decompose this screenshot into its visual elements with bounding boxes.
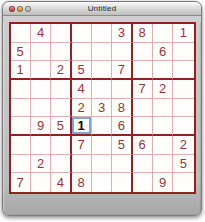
cell-r1c8[interactable] [153, 24, 173, 43]
cell-r2c8[interactable]: 6 [153, 43, 173, 62]
cell-r6c5[interactable] [92, 117, 112, 136]
cell-r6c4[interactable]: 1 [72, 117, 92, 136]
cell-r6c7[interactable] [133, 117, 153, 136]
cell-r8c9[interactable]: 5 [173, 155, 193, 174]
cell-r3c7[interactable] [133, 61, 153, 80]
cell-r4c4[interactable]: 4 [72, 80, 92, 99]
cell-r7c1[interactable] [11, 136, 31, 155]
cell-r5c4[interactable]: 2 [72, 99, 92, 118]
cell-r3c5[interactable] [92, 61, 112, 80]
cell-r7c8[interactable] [153, 136, 173, 155]
cell-r4c2[interactable] [31, 80, 51, 99]
cell-r4c7[interactable]: 7 [133, 80, 153, 99]
cell-r9c9[interactable] [173, 173, 193, 192]
cell-r7c7[interactable]: 6 [133, 136, 153, 155]
cell-r8c2[interactable]: 2 [31, 155, 51, 174]
cell-r9c5[interactable] [92, 173, 112, 192]
cell-r4c9[interactable] [173, 80, 193, 99]
window-body: 438156125747223895167562257489 [3, 22, 201, 216]
cell-r4c3[interactable] [51, 80, 71, 99]
cell-r8c3[interactable] [51, 155, 71, 174]
cell-r3c3[interactable]: 2 [51, 61, 71, 80]
cell-r9c7[interactable] [133, 173, 153, 192]
cell-r6c8[interactable] [153, 117, 173, 136]
cell-r6c3[interactable]: 5 [51, 117, 71, 136]
cell-r8c6[interactable] [112, 155, 132, 174]
cell-r5c9[interactable] [173, 99, 193, 118]
window-title: Untitled [3, 2, 201, 15]
cell-r6c1[interactable] [11, 117, 31, 136]
cell-r9c8[interactable]: 9 [153, 173, 173, 192]
sudoku-board[interactable]: 438156125747223895167562257489 [9, 22, 196, 194]
cell-r5c1[interactable] [11, 99, 31, 118]
cell-r1c5[interactable] [92, 24, 112, 43]
cell-r2c1[interactable]: 5 [11, 43, 31, 62]
cell-r2c2[interactable] [31, 43, 51, 62]
cell-r1c6[interactable]: 3 [112, 24, 132, 43]
cell-r2c7[interactable] [133, 43, 153, 62]
cell-r9c4[interactable]: 8 [72, 173, 92, 192]
cell-r2c3[interactable] [51, 43, 71, 62]
cell-r8c1[interactable] [11, 155, 31, 174]
cell-r6c9[interactable] [173, 117, 193, 136]
cell-r8c4[interactable] [72, 155, 92, 174]
cell-r1c1[interactable] [11, 24, 31, 43]
cell-r3c6[interactable]: 7 [112, 61, 132, 80]
cell-r4c1[interactable] [11, 80, 31, 99]
cell-r6c2[interactable]: 9 [31, 117, 51, 136]
cell-r5c7[interactable] [133, 99, 153, 118]
cell-r7c9[interactable]: 2 [173, 136, 193, 155]
cell-r5c2[interactable] [31, 99, 51, 118]
cell-r8c7[interactable] [133, 155, 153, 174]
cell-r7c5[interactable] [92, 136, 112, 155]
cell-r4c5[interactable] [92, 80, 112, 99]
cell-r3c2[interactable] [31, 61, 51, 80]
cell-r8c5[interactable] [92, 155, 112, 174]
cell-r2c9[interactable] [173, 43, 193, 62]
app-window: Untitled 438156125747223895167562257489 [2, 1, 202, 216]
cell-r2c6[interactable] [112, 43, 132, 62]
cell-r3c9[interactable] [173, 61, 193, 80]
cell-r1c4[interactable] [72, 24, 92, 43]
cell-r1c3[interactable] [51, 24, 71, 43]
cell-r1c2[interactable]: 4 [31, 24, 51, 43]
cell-r1c7[interactable]: 8 [133, 24, 153, 43]
cell-r3c1[interactable]: 1 [11, 61, 31, 80]
cell-r9c2[interactable] [31, 173, 51, 192]
cell-r9c1[interactable]: 7 [11, 173, 31, 192]
cell-r7c2[interactable] [31, 136, 51, 155]
cell-r8c8[interactable] [153, 155, 173, 174]
cell-r5c5[interactable]: 3 [92, 99, 112, 118]
cell-r2c4[interactable] [72, 43, 92, 62]
cell-r7c6[interactable]: 5 [112, 136, 132, 155]
cell-r6c6[interactable]: 6 [112, 117, 132, 136]
cell-r1c9[interactable]: 1 [173, 24, 193, 43]
window-titlebar[interactable]: Untitled [3, 2, 201, 16]
cell-r9c3[interactable]: 4 [51, 173, 71, 192]
cell-r4c6[interactable] [112, 80, 132, 99]
cell-r7c3[interactable] [51, 136, 71, 155]
cell-r5c6[interactable]: 8 [112, 99, 132, 118]
cell-r2c5[interactable] [92, 43, 112, 62]
cell-r3c8[interactable] [153, 61, 173, 80]
cell-r4c8[interactable]: 2 [153, 80, 173, 99]
cell-r7c4[interactable]: 7 [72, 136, 92, 155]
cell-r5c8[interactable] [153, 99, 173, 118]
cell-r9c6[interactable] [112, 173, 132, 192]
cell-r3c4[interactable]: 5 [72, 61, 92, 80]
cell-r5c3[interactable] [51, 99, 71, 118]
